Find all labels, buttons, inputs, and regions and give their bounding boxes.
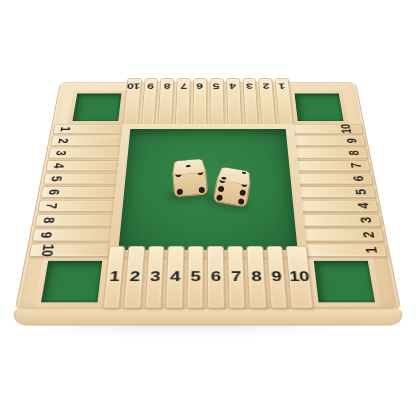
die-pip [239, 189, 246, 196]
tile-right-7[interactable]: 7 [290, 160, 371, 171]
tile-number: 6 [47, 189, 63, 194]
corner-felt-bottom-right [314, 261, 375, 303]
tile-number: 7 [231, 269, 241, 283]
tile-number: 5 [50, 176, 66, 181]
tile-top-6[interactable]: 6 [192, 78, 207, 127]
tile-bottom-6[interactable]: 6 [207, 246, 225, 309]
tile-number: 9 [271, 269, 282, 283]
tile-number: 3 [54, 151, 69, 156]
tile-bottom-8[interactable]: 8 [246, 246, 266, 309]
tile-left-9[interactable]: 9 [32, 229, 120, 242]
tile-top-1[interactable]: 1 [275, 78, 294, 127]
tile-row-top: 10987654321 [122, 78, 294, 127]
die-pip [218, 185, 225, 192]
tile-number: 1 [279, 82, 286, 89]
tile-bottom-2[interactable]: 2 [123, 246, 145, 309]
tile-number: 9 [344, 138, 359, 143]
tile-number: 7 [44, 203, 60, 209]
product-photo-stage: 10987654321 12345678910 10987654321 1234… [0, 0, 416, 416]
edge-bottom: 12345678910 [103, 257, 314, 307]
tile-top-8[interactable]: 8 [158, 78, 175, 127]
tile-left-8[interactable]: 8 [34, 214, 120, 226]
tile-number: 2 [263, 82, 270, 89]
tile-number: 1 [363, 247, 380, 253]
tile-left-3[interactable]: 3 [48, 148, 128, 159]
tile-number: 4 [170, 269, 180, 283]
die-left[interactable] [168, 142, 210, 197]
tile-top-4[interactable]: 4 [226, 78, 242, 127]
corner-top-right [290, 91, 349, 124]
tile-right-4[interactable]: 4 [294, 200, 379, 212]
die-pip [177, 188, 184, 195]
tile-number: 6 [197, 82, 203, 89]
tile-right-3[interactable]: 3 [295, 214, 381, 226]
die-pip [242, 171, 246, 174]
tile-number: 4 [52, 163, 67, 168]
tile-number: 10 [40, 244, 58, 256]
tile-bottom-3[interactable]: 3 [144, 246, 165, 309]
tile-right-2[interactable]: 2 [297, 229, 385, 242]
tile-bottom-5[interactable]: 5 [186, 246, 204, 309]
tile-bottom-9[interactable]: 9 [266, 246, 288, 309]
tile-left-4[interactable]: 4 [45, 160, 126, 171]
tile-number: 9 [39, 232, 56, 238]
tile-top-3[interactable]: 3 [242, 78, 259, 127]
tile-bottom-7[interactable]: 7 [227, 246, 246, 309]
tile-left-5[interactable]: 5 [43, 173, 125, 184]
tile-left-2[interactable]: 2 [50, 136, 128, 146]
corner-bottom-left [35, 257, 108, 307]
tile-number: 5 [353, 189, 369, 194]
die-pip [198, 186, 205, 193]
tile-top-5[interactable]: 5 [210, 78, 225, 127]
tile-left-1[interactable]: 1 [53, 124, 130, 134]
tile-number: 1 [109, 269, 120, 283]
scene: 10987654321 12345678910 10987654321 1234… [0, 0, 416, 416]
tile-top-10[interactable]: 10 [122, 78, 142, 127]
tile-number: 7 [348, 163, 363, 168]
tile-right-8[interactable]: 8 [288, 148, 368, 159]
tile-number: 7 [180, 82, 187, 89]
tile-number: 2 [129, 269, 140, 283]
tile-number: 10 [338, 124, 353, 133]
tile-right-6[interactable]: 6 [291, 173, 373, 184]
tile-number: 5 [190, 269, 200, 283]
tile-number: 2 [360, 232, 377, 238]
corner-top-left [67, 91, 126, 124]
tile-number: 8 [251, 269, 262, 283]
corner-felt-top-right [295, 93, 344, 121]
tile-number: 6 [351, 176, 367, 181]
tile-top-9[interactable]: 9 [140, 78, 158, 127]
die-pip [237, 198, 244, 205]
tile-top-7[interactable]: 7 [175, 78, 191, 127]
tile-number: 3 [150, 269, 161, 283]
tile-number: 8 [42, 217, 58, 223]
tile-number: 3 [246, 82, 253, 89]
tile-left-7[interactable]: 7 [37, 200, 122, 212]
tile-row-bottom: 12345678910 [102, 246, 313, 309]
tile-number: 8 [164, 82, 171, 89]
tile-number: 10 [127, 82, 140, 89]
tile-top-2[interactable]: 2 [259, 78, 277, 127]
corner-felt-bottom-left [41, 261, 102, 303]
die-pip [216, 194, 223, 201]
tile-number: 8 [346, 151, 361, 156]
tile-number: 2 [57, 138, 72, 143]
tile-number: 3 [358, 217, 374, 223]
tile-left-6[interactable]: 6 [40, 186, 124, 198]
tile-left-10[interactable]: 10 [29, 244, 118, 257]
tile-number: 4 [355, 203, 371, 209]
tile-number: 5 [213, 82, 219, 89]
tile-right-10[interactable]: 10 [286, 124, 363, 134]
tile-number: 6 [211, 269, 221, 283]
corner-felt-top-left [72, 93, 121, 121]
tile-right-9[interactable]: 9 [287, 136, 365, 146]
corner-bottom-right [308, 257, 381, 307]
tile-number: 10 [289, 269, 310, 283]
die-pip [221, 176, 227, 179]
tile-number: 9 [147, 82, 154, 89]
tile-number: 4 [230, 82, 237, 89]
tile-number: 1 [59, 127, 74, 132]
tile-bottom-4[interactable]: 4 [165, 246, 184, 309]
tile-right-5[interactable]: 5 [292, 186, 376, 198]
tile-right-1[interactable]: 1 [298, 244, 387, 257]
die-pip [186, 165, 191, 168]
edge-top: 10987654321 [123, 91, 294, 124]
